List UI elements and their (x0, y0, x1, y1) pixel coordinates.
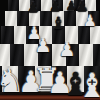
board-square[interactable] (79, 44, 93, 66)
board-square[interactable] (1, 26, 14, 44)
white-pawn[interactable]: ♟ (34, 36, 51, 55)
board-square[interactable] (93, 44, 100, 66)
black-pawn[interactable]: ♟ (49, 0, 62, 13)
black-pawn[interactable]: ♟ (27, 0, 40, 14)
white-pawn[interactable]: ♟ (58, 40, 75, 59)
black-bishop[interactable]: ♝ (50, 15, 65, 32)
board-square[interactable] (5, 11, 17, 26)
black-pawn[interactable]: ♟ (76, 0, 89, 13)
white-pawn[interactable]: ♟ (83, 14, 96, 29)
board-square[interactable] (64, 11, 76, 26)
chess-game-window: ♟♟♟♟♝♟♟♟♟♞♟♜♟♝♝ (0, 0, 100, 100)
white-bishop[interactable]: ♝ (77, 69, 100, 100)
board-square[interactable] (8, 0, 19, 11)
board-square[interactable] (14, 26, 27, 44)
